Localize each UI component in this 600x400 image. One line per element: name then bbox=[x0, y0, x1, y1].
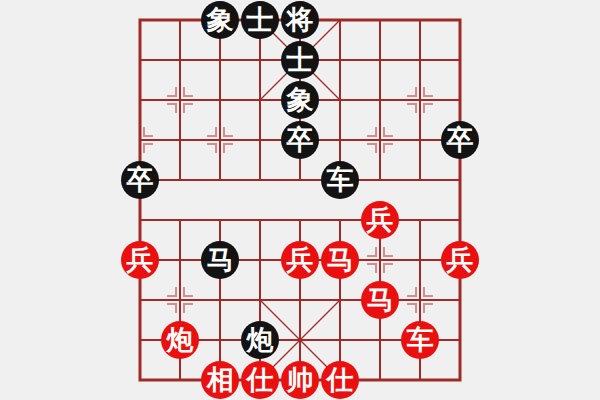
piece-black-advisor[interactable]: 士 bbox=[241, 1, 279, 39]
piece-black-general[interactable]: 将 bbox=[281, 1, 319, 39]
piece-black-soldier[interactable]: 卒 bbox=[281, 121, 319, 159]
piece-layer: 象士将士象卒卒卒车马炮兵兵兵马兵马炮车相仕帅仕 bbox=[120, 0, 480, 400]
piece-red-cannon[interactable]: 炮 bbox=[161, 321, 199, 359]
piece-red-chariot[interactable]: 车 bbox=[401, 321, 439, 359]
piece-red-elephant[interactable]: 相 bbox=[201, 361, 239, 399]
piece-black-soldier[interactable]: 卒 bbox=[121, 161, 159, 199]
piece-red-advisor[interactable]: 仕 bbox=[321, 361, 359, 399]
piece-red-soldier[interactable]: 兵 bbox=[121, 241, 159, 279]
piece-black-elephant[interactable]: 象 bbox=[281, 81, 319, 119]
piece-red-soldier[interactable]: 兵 bbox=[441, 241, 479, 279]
piece-black-horse[interactable]: 马 bbox=[201, 241, 239, 279]
piece-red-soldier[interactable]: 兵 bbox=[281, 241, 319, 279]
piece-red-general[interactable]: 帅 bbox=[281, 361, 319, 399]
piece-black-chariot[interactable]: 车 bbox=[321, 161, 359, 199]
piece-black-cannon[interactable]: 炮 bbox=[241, 321, 279, 359]
piece-red-horse[interactable]: 马 bbox=[321, 241, 359, 279]
xiangqi-board-screen: 象士将士象卒卒卒车马炮兵兵兵马兵马炮车相仕帅仕 bbox=[0, 0, 600, 400]
piece-red-horse[interactable]: 马 bbox=[361, 281, 399, 319]
piece-red-soldier[interactable]: 兵 bbox=[361, 201, 399, 239]
piece-black-advisor[interactable]: 士 bbox=[281, 41, 319, 79]
piece-black-elephant[interactable]: 象 bbox=[201, 1, 239, 39]
piece-black-soldier[interactable]: 卒 bbox=[441, 121, 479, 159]
piece-red-advisor[interactable]: 仕 bbox=[241, 361, 279, 399]
